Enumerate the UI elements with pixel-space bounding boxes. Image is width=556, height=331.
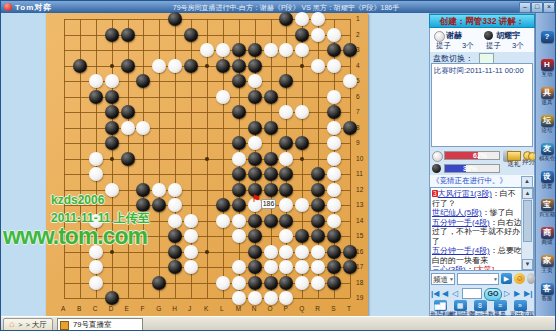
black-stone xyxy=(248,214,262,228)
black-stone xyxy=(105,136,119,150)
move-nav: |◀ ◀ ◁ GO ▷ ▶ ▶| xyxy=(430,288,534,300)
col-label: J xyxy=(188,305,191,312)
lobby-button-label: ＞＞大厅 xyxy=(17,320,47,329)
col-label: Q xyxy=(299,305,304,312)
room-tab-icon xyxy=(60,321,69,330)
chat-scroll-thumb[interactable] xyxy=(523,200,532,242)
black-stone xyxy=(264,167,278,181)
strip-label: 设置 xyxy=(537,183,556,189)
row-label: 19 xyxy=(356,294,363,301)
white-stone xyxy=(248,136,262,150)
white-stone xyxy=(295,105,309,119)
chat-user-name[interactable]: 大风行雷1(3段) xyxy=(438,189,492,198)
strip-icon: 商 xyxy=(541,227,554,239)
toolbar-icon: » xyxy=(514,300,527,311)
black-stone xyxy=(184,28,198,42)
white-stone xyxy=(327,198,341,212)
nav-forward-button[interactable]: ▷ xyxy=(504,288,510,300)
white-bet-bar: 62% xyxy=(444,151,500,160)
strip-客服-button[interactable]: 客客服 xyxy=(536,283,556,302)
col-label: L xyxy=(220,305,224,312)
white-stone xyxy=(311,245,325,259)
white-stone xyxy=(248,74,262,88)
strip-商城-button[interactable]: 商商城 xyxy=(536,227,556,246)
chat-message: 五分钟一手(4段)：白右边过了，不补一手就不好办了 xyxy=(432,218,522,247)
white-stone xyxy=(311,260,325,274)
maximize-button[interactable]: □ xyxy=(531,2,543,13)
black-stone xyxy=(121,152,135,166)
col-label: D xyxy=(109,305,114,312)
black-stone xyxy=(216,198,230,212)
strip-棋友会-button[interactable]: 友棋友会 xyxy=(536,143,556,162)
white-stone xyxy=(184,245,198,259)
toolbar-对局研究-button[interactable]: ▦对局研究 xyxy=(450,300,470,315)
lobby-button[interactable]: ⌂ ＞＞大厅 xyxy=(3,318,53,331)
white-stone xyxy=(295,198,309,212)
match-time: 比赛时间:2011-11-11 00:00 xyxy=(432,64,532,78)
white-stone xyxy=(216,214,230,228)
nav-last-button[interactable]: ▶| xyxy=(524,288,532,300)
white-stone xyxy=(184,229,198,243)
col-label: C xyxy=(93,305,98,312)
white-bet-stone-icon xyxy=(432,151,443,162)
black-stone xyxy=(295,136,309,150)
emoticon-button[interactable]: ☺ xyxy=(514,273,525,284)
white-stone xyxy=(279,152,293,166)
black-stone xyxy=(264,276,278,290)
white-stone xyxy=(295,260,309,274)
col-label: P xyxy=(283,305,287,312)
col-label: N xyxy=(252,305,257,312)
black-stone xyxy=(343,121,357,135)
ticker-bar: 《竞猜正在进行中。》 ▲ xyxy=(430,175,534,187)
white-stone xyxy=(168,183,182,197)
row-label: 12 xyxy=(356,186,363,193)
black-stone xyxy=(232,105,246,119)
white-stone xyxy=(327,90,341,104)
row-label: 18 xyxy=(356,279,363,286)
black-bet-bar: 38% xyxy=(444,164,500,173)
black-stone-icon xyxy=(484,31,493,40)
strip-label: 棋友会 xyxy=(537,155,556,161)
black-capture-count: 3个 xyxy=(512,41,524,51)
strip-主页-button[interactable]: 家主页 xyxy=(536,255,556,274)
white-player-name: 谢赫 xyxy=(446,30,462,41)
white-stone xyxy=(232,152,246,166)
white-stone xyxy=(311,276,325,290)
strip-label: 商城 xyxy=(537,239,556,245)
black-stone xyxy=(279,276,293,290)
black-stone xyxy=(279,183,293,197)
nav-back-button[interactable]: ◁ xyxy=(452,288,458,300)
strip-道具-button[interactable]: 具道具 xyxy=(536,87,556,106)
strip-互动-button[interactable]: H互动 xyxy=(536,59,556,78)
white-stone xyxy=(168,214,182,228)
row-label: 7 xyxy=(356,108,360,115)
star-point xyxy=(110,250,114,254)
room-header: 创建：网管332 讲解： xyxy=(429,14,535,28)
toolbar-icon: ▦ xyxy=(454,300,467,311)
white-stone xyxy=(105,74,119,88)
white-stone xyxy=(232,276,246,290)
white-stone xyxy=(327,136,341,150)
row-label: 16 xyxy=(356,248,363,255)
row-label: 11 xyxy=(356,170,363,177)
black-stone xyxy=(279,214,293,228)
black-stone xyxy=(152,198,166,212)
white-stone xyxy=(343,74,357,88)
extra-chat-icon[interactable] xyxy=(527,273,535,284)
star-point xyxy=(205,64,209,68)
black-stone xyxy=(248,276,262,290)
col-label: K xyxy=(204,305,208,312)
black-stone xyxy=(279,136,293,150)
minimize-button[interactable]: – xyxy=(519,2,531,13)
chat-message: 三心(3段)：[大笑] xyxy=(432,265,522,271)
chat-user-name[interactable]: 世纪仙人(5段) xyxy=(432,208,482,217)
chat-messages: 3大风行雷1(3段)：白不行了？世纪仙人(5段)：惨了白五分钟一手(4段)：白右… xyxy=(432,189,522,271)
chat-scrollbar[interactable]: ▲ ▼ xyxy=(521,188,533,270)
chat-message: 3大风行雷1(3段)：白不行了？ xyxy=(432,189,522,208)
white-stone xyxy=(136,121,150,135)
black-stone xyxy=(343,43,357,57)
white-stone xyxy=(184,260,198,274)
row-label: 4 xyxy=(356,62,360,69)
col-label: B xyxy=(77,305,81,312)
col-label: T xyxy=(347,305,351,312)
channel-select[interactable]: 频道 ▼ xyxy=(431,273,455,285)
black-stone xyxy=(105,90,119,104)
strip-icon: 设 xyxy=(541,171,554,183)
row-label: 9 xyxy=(356,139,360,146)
col-label: O xyxy=(268,305,273,312)
white-stone xyxy=(216,43,230,57)
black-stone xyxy=(168,12,182,26)
col-label: A xyxy=(61,305,65,312)
toolbar-icon: ≡ xyxy=(494,300,507,311)
chat-box[interactable]: 3大风行雷1(3段)：白不行了？世纪仙人(5段)：惨了白五分钟一手(4段)：白右… xyxy=(430,187,534,271)
white-stone xyxy=(327,214,341,228)
white-stone xyxy=(216,90,230,104)
row-label: 13 xyxy=(356,201,363,208)
white-stone xyxy=(295,43,309,57)
app-logo-icon xyxy=(4,3,12,11)
star-point xyxy=(110,64,114,68)
chat-user-name[interactable]: 五分钟一手(4段) xyxy=(432,218,490,227)
white-stone xyxy=(311,59,325,73)
black-capture-label: 提子 xyxy=(486,41,501,51)
black-stone xyxy=(248,167,262,181)
black-stone xyxy=(311,214,325,228)
channel-dropdown-icon: ▼ xyxy=(449,274,454,285)
white-stone xyxy=(89,245,103,259)
toolbar-菜单-button[interactable]: ≡菜单 xyxy=(490,300,510,315)
black-stone xyxy=(248,59,262,73)
black-stone xyxy=(168,260,182,274)
room-tab[interactable]: 79号直播室 xyxy=(57,318,143,331)
black-stone xyxy=(73,59,87,73)
white-stone xyxy=(327,183,341,197)
black-stone xyxy=(264,121,278,135)
white-stone xyxy=(184,214,198,228)
black-stone xyxy=(152,276,166,290)
toolbar-显示手数-button[interactable]: 8显示手数 xyxy=(470,300,490,315)
white-stone xyxy=(279,260,293,274)
strip-icon: 家 xyxy=(541,255,554,267)
black-bet-pct: 38% xyxy=(463,165,477,173)
black-stone xyxy=(248,152,262,166)
star-point xyxy=(205,157,209,161)
white-stone xyxy=(168,198,182,212)
strip-论坛-button[interactable]: 坛论坛 xyxy=(536,115,556,134)
players-area: 谢赫 提子 3个 胡耀宇 提子 3个 xyxy=(430,28,534,52)
title-bar: Tom对弈 79号房间直播进行中-白方：谢赫《P段》 VS 黑方：胡耀宇《P段》… xyxy=(1,1,556,13)
white-stone xyxy=(105,183,119,197)
black-stone xyxy=(264,214,278,228)
bet-button[interactable]: 押分 xyxy=(522,151,535,166)
row-label: 6 xyxy=(356,93,360,100)
col-label: R xyxy=(315,305,320,312)
black-stone xyxy=(232,74,246,88)
strip-help-button[interactable]: ? xyxy=(536,31,556,43)
white-stone xyxy=(264,43,278,57)
strip-icon: 友 xyxy=(541,143,554,155)
strip-label: 道具 xyxy=(537,99,556,105)
black-stone xyxy=(89,90,103,104)
black-stone xyxy=(232,59,246,73)
star-point xyxy=(300,157,304,161)
white-stone xyxy=(279,229,293,243)
go-client-window: Tom对弈 79号房间直播进行中-白方：谢赫《P段》 VS 黑方：胡耀宇《P段》… xyxy=(0,0,556,331)
white-stone xyxy=(279,43,293,57)
toolbar-退出旁观-button[interactable]: »退出旁观 xyxy=(510,300,530,315)
white-stone xyxy=(279,291,293,305)
house-icon: ⌂ xyxy=(9,319,14,329)
grid-line xyxy=(64,174,350,175)
black-stone xyxy=(136,183,150,197)
black-stone xyxy=(311,198,325,212)
black-stone xyxy=(279,167,293,181)
row-label: 2 xyxy=(356,31,360,38)
white-stone xyxy=(89,167,103,181)
black-stone xyxy=(327,43,341,57)
black-stone xyxy=(327,229,341,243)
black-stone xyxy=(232,167,246,181)
black-stone xyxy=(279,74,293,88)
right-icon-strip: ?H互动具道具坛论坛友棋友会设设置宝百宝箱商商城家主页客客服 xyxy=(535,13,556,316)
chat-user-name[interactable]: 三心(3段) xyxy=(432,265,466,271)
black-stone xyxy=(121,28,135,42)
white-stone xyxy=(89,152,103,166)
gift-label: 送礼 xyxy=(507,161,521,168)
black-stone xyxy=(327,245,341,259)
black-stone xyxy=(295,28,309,42)
strip-设置-button[interactable]: 设设置 xyxy=(536,171,556,190)
col-label: E xyxy=(125,305,129,312)
white-stone xyxy=(89,74,103,88)
chat-scroll-up-icon[interactable]: ▲ xyxy=(522,188,533,199)
white-bet-pct: 62% xyxy=(473,152,487,160)
chat-input-dropdown-icon: ▼ xyxy=(493,274,498,285)
white-stone xyxy=(264,245,278,259)
white-capture-count: 3个 xyxy=(462,41,474,51)
white-stone xyxy=(295,12,309,26)
strip-label: 百宝箱 xyxy=(537,211,556,217)
nav-back-fast-button[interactable]: ◀ xyxy=(442,288,448,300)
strip-icon: 宝 xyxy=(541,199,554,211)
white-stone xyxy=(311,12,325,26)
white-stone xyxy=(232,229,246,243)
black-stone xyxy=(105,105,119,119)
black-stone xyxy=(184,59,198,73)
strip-label: 互动 xyxy=(537,71,556,77)
row-label: 1 xyxy=(356,15,360,22)
strip-icon: H xyxy=(541,59,554,71)
white-stone xyxy=(152,183,166,197)
toolbar-形势判断-button[interactable]: ▅▇形势判断 xyxy=(430,300,450,315)
go-board[interactable]: ABCDEFGHJKLMNOPQRST123456789101112131415… xyxy=(46,13,368,316)
chat-text: 惨了白 xyxy=(490,208,514,217)
white-stone xyxy=(232,260,246,274)
black-stone xyxy=(327,260,341,274)
black-bet-stone-icon xyxy=(432,164,441,173)
close-button[interactable]: × xyxy=(543,2,555,13)
black-stone xyxy=(264,90,278,104)
black-player-name: 胡耀宇 xyxy=(496,30,520,41)
white-stone xyxy=(264,291,278,305)
black-stone xyxy=(121,59,135,73)
chat-user-name[interactable]: 五分钟一手(4段) xyxy=(432,246,490,255)
white-stone xyxy=(264,260,278,274)
room-tab-label: 79号直播室 xyxy=(73,320,111,329)
white-stone xyxy=(327,167,341,181)
white-stone xyxy=(327,121,341,135)
strip-icon: 具 xyxy=(541,87,554,99)
black-stone xyxy=(105,121,119,135)
white-capture-label: 提子 xyxy=(436,41,451,51)
grid-line xyxy=(64,221,350,222)
black-stone xyxy=(279,12,293,26)
black-stone xyxy=(232,198,246,212)
chat-scroll-down-icon[interactable]: ▼ xyxy=(522,259,533,270)
white-stone xyxy=(152,59,166,73)
white-stone xyxy=(311,28,325,42)
black-stone xyxy=(248,229,262,243)
black-stone xyxy=(168,245,182,259)
black-stone xyxy=(168,229,182,243)
channel-value: 频道 xyxy=(433,275,448,284)
chat-message: 五分钟一手(4段)：总要吃白的的一块看来 xyxy=(432,246,522,265)
last-move-number: 186 xyxy=(261,199,277,209)
black-stone xyxy=(311,229,325,243)
toolbar-icon: ▅▇ xyxy=(434,300,447,311)
black-stone xyxy=(216,59,230,73)
white-stone xyxy=(216,276,230,290)
black-stone xyxy=(248,245,262,259)
white-stone xyxy=(232,291,246,305)
white-stone xyxy=(327,59,341,73)
chat-message: 世纪仙人(5段)：惨了白 xyxy=(432,208,522,218)
black-stone xyxy=(264,152,278,166)
star-point xyxy=(110,157,114,161)
strip-百宝箱-button[interactable]: 宝百宝箱 xyxy=(536,199,556,218)
black-stone xyxy=(295,229,309,243)
row-label: 14 xyxy=(356,217,363,224)
app-title: Tom对弈 xyxy=(15,2,52,13)
white-stone xyxy=(168,59,182,73)
strip-label: 论坛 xyxy=(537,127,556,133)
black-stone xyxy=(248,260,262,274)
chat-text: [大笑] xyxy=(474,265,494,271)
white-stone xyxy=(232,214,246,228)
white-stone xyxy=(89,276,103,290)
col-label: G xyxy=(156,305,161,312)
white-stone xyxy=(121,121,135,135)
black-stone xyxy=(232,43,246,57)
black-stone xyxy=(232,136,246,150)
white-stone xyxy=(279,105,293,119)
black-stone xyxy=(264,183,278,197)
star-point xyxy=(205,250,209,254)
black-stone xyxy=(343,245,357,259)
nav-first-button[interactable]: |◀ xyxy=(431,288,439,300)
col-label: H xyxy=(172,305,177,312)
white-stone xyxy=(89,214,103,228)
col-label: M xyxy=(236,305,241,312)
send-button[interactable]: ▶ xyxy=(501,273,512,284)
white-stone xyxy=(327,152,341,166)
toolbar-icon: 8 xyxy=(474,300,487,311)
strip-icon: 客 xyxy=(541,283,554,295)
black-stone xyxy=(327,105,341,119)
coins-icon xyxy=(523,151,535,159)
row-label: 10 xyxy=(356,155,363,162)
black-stone xyxy=(343,260,357,274)
black-stone xyxy=(136,198,150,212)
strip-label: 客服 xyxy=(537,295,556,301)
strip-icon: ? xyxy=(541,31,554,43)
gift-button[interactable]: 送礼 xyxy=(507,151,521,168)
black-stone xyxy=(136,74,150,88)
strip-label: 主页 xyxy=(537,267,556,273)
black-stone xyxy=(311,183,325,197)
white-stone xyxy=(200,43,214,57)
white-stone xyxy=(248,291,262,305)
row-label: 17 xyxy=(356,263,363,270)
panel-toolbar: ▅▇形势判断▦对局研究8显示手数≡菜单»退出旁观 xyxy=(430,300,534,315)
black-stone xyxy=(248,43,262,57)
white-stone xyxy=(279,198,293,212)
black-stone xyxy=(105,291,119,305)
row-label: 15 xyxy=(356,232,363,239)
col-label: S xyxy=(331,305,335,312)
black-stone xyxy=(248,90,262,104)
move-number-input[interactable] xyxy=(462,288,482,299)
star-point xyxy=(300,64,304,68)
ticker-text[interactable]: 《竞猜正在进行中。》 xyxy=(430,175,522,187)
col-label: F xyxy=(140,305,144,312)
strip-icon: 坛 xyxy=(541,115,554,127)
white-stone xyxy=(89,260,103,274)
last-move-flag-icon: ⚑ xyxy=(252,194,261,204)
match-info-listbox[interactable]: 比赛时间:2011-11-11 00:00 xyxy=(431,63,533,147)
black-stone xyxy=(327,276,341,290)
nav-forward-fast-button[interactable]: ▶ xyxy=(514,288,520,300)
black-stone xyxy=(105,28,119,42)
black-stone xyxy=(311,167,325,181)
chat-input[interactable]: ▼ xyxy=(457,273,499,285)
white-stone xyxy=(295,245,309,259)
